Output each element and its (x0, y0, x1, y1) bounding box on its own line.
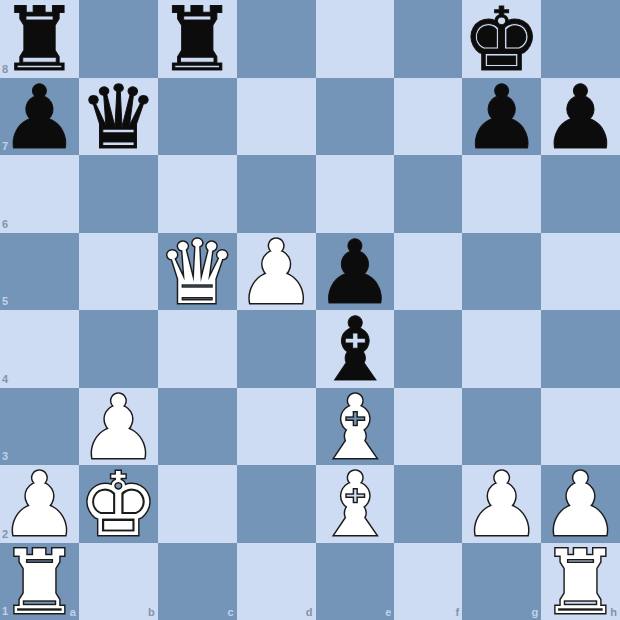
square-f5[interactable] (394, 233, 462, 311)
square-d3[interactable] (237, 388, 316, 466)
square-h5[interactable] (541, 233, 620, 311)
square-g5[interactable] (462, 233, 541, 311)
square-f2[interactable] (394, 465, 462, 543)
file-label-g: g (531, 607, 538, 618)
square-g2[interactable]: ♟ (462, 465, 541, 543)
square-g4[interactable] (462, 310, 541, 388)
square-h1[interactable]: ♜h (541, 543, 620, 620)
square-h7[interactable]: ♟ (541, 78, 620, 156)
square-d1[interactable]: d (237, 543, 316, 620)
rank-label-4: 4 (2, 374, 8, 385)
square-f6[interactable] (394, 155, 462, 233)
square-f4[interactable] (394, 310, 462, 388)
white-rook[interactable]: ♜ (541, 544, 620, 620)
file-label-b: b (148, 607, 155, 618)
square-g1[interactable]: g (462, 543, 541, 620)
square-d8[interactable] (237, 0, 316, 78)
square-g6[interactable] (462, 155, 541, 233)
square-c3[interactable] (158, 388, 237, 466)
white-king[interactable]: ♚ (79, 466, 158, 543)
square-a1[interactable]: ♜1a (0, 543, 79, 620)
white-bishop[interactable]: ♝ (316, 466, 395, 543)
file-label-f: f (456, 607, 460, 618)
square-c2[interactable] (158, 465, 237, 543)
square-a6[interactable]: 6 (0, 155, 79, 233)
white-pawn[interactable]: ♟ (237, 234, 316, 311)
file-label-e: e (385, 607, 391, 618)
square-c5[interactable]: ♛ (158, 233, 237, 311)
white-rook[interactable]: ♜ (0, 544, 79, 620)
file-label-c: c (228, 607, 234, 618)
square-d2[interactable] (237, 465, 316, 543)
square-e8[interactable] (316, 0, 395, 78)
square-b7[interactable]: ♛ (79, 78, 158, 156)
square-a5[interactable]: 5 (0, 233, 79, 311)
square-c1[interactable]: c (158, 543, 237, 620)
square-a4[interactable]: 4 (0, 310, 79, 388)
black-pawn[interactable]: ♟ (0, 79, 79, 156)
square-d5[interactable]: ♟ (237, 233, 316, 311)
black-queen[interactable]: ♛ (79, 79, 158, 156)
chess-board: ♜8♜♚♟7♛♟♟65♛♟♟4♝3♟♝♟2♚♝♟♟♜1abcdefg♜h (0, 0, 620, 620)
black-rook[interactable]: ♜ (158, 1, 237, 78)
file-label-d: d (306, 607, 313, 618)
square-b6[interactable] (79, 155, 158, 233)
square-b1[interactable]: b (79, 543, 158, 620)
square-c4[interactable] (158, 310, 237, 388)
square-d7[interactable] (237, 78, 316, 156)
rank-label-5: 5 (2, 296, 8, 307)
black-pawn[interactable]: ♟ (462, 79, 541, 156)
square-f3[interactable] (394, 388, 462, 466)
square-e7[interactable] (316, 78, 395, 156)
square-a7[interactable]: ♟7 (0, 78, 79, 156)
white-pawn[interactable]: ♟ (462, 466, 541, 543)
square-c7[interactable] (158, 78, 237, 156)
square-b5[interactable] (79, 233, 158, 311)
square-d4[interactable] (237, 310, 316, 388)
square-g7[interactable]: ♟ (462, 78, 541, 156)
square-e2[interactable]: ♝ (316, 465, 395, 543)
square-f7[interactable] (394, 78, 462, 156)
rank-label-6: 6 (2, 219, 8, 230)
square-h6[interactable] (541, 155, 620, 233)
black-pawn[interactable]: ♟ (541, 79, 620, 156)
square-h4[interactable] (541, 310, 620, 388)
square-c8[interactable]: ♜ (158, 0, 237, 78)
square-f1[interactable]: f (394, 543, 462, 620)
square-f8[interactable] (394, 0, 462, 78)
white-queen[interactable]: ♛ (158, 234, 237, 311)
square-e1[interactable]: e (316, 543, 395, 620)
square-b2[interactable]: ♚ (79, 465, 158, 543)
